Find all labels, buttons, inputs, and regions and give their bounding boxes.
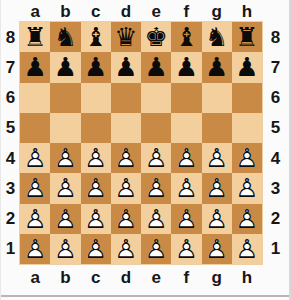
white-piece-outline: ♙ (54, 206, 77, 232)
white-piece-outline: ♙ (235, 236, 258, 262)
piece-white-pawn[interactable]: ♟♙ (23, 175, 46, 201)
rank-labels-right: 87654321 (262, 22, 289, 264)
rank-label-right-2: 2 (262, 204, 289, 234)
white-piece-outline: ♙ (54, 175, 77, 201)
piece-white-pawn[interactable]: ♟♙ (144, 145, 167, 171)
square-h3[interactable]: ♟♙ (232, 173, 262, 203)
rank-label-right-5: 5 (262, 113, 289, 143)
rank-label-right-6: 6 (262, 83, 289, 113)
piece-black-pawn[interactable]: ♟ (84, 54, 107, 80)
square-d6[interactable] (111, 83, 141, 113)
rank-labels-left: 87654321 (1, 22, 20, 264)
file-label-bottom-g: g (202, 264, 232, 290)
white-piece-outline: ♙ (84, 145, 107, 171)
square-h1[interactable]: ♟♙ (232, 234, 262, 264)
rank-label-left-1: 1 (1, 234, 20, 264)
piece-black-rook[interactable]: ♜ (235, 24, 258, 50)
square-a8[interactable]: ♜ (20, 22, 50, 52)
white-piece-outline: ♙ (175, 206, 198, 232)
square-a3[interactable]: ♟♙ (20, 173, 50, 203)
white-piece-outline: ♙ (84, 206, 107, 232)
square-b5[interactable] (50, 113, 80, 143)
white-piece-outline: ♙ (205, 206, 228, 232)
white-piece-outline: ♙ (114, 175, 137, 201)
file-labels-bottom: abcdefgh (20, 264, 262, 290)
square-f8[interactable]: ♝ (171, 22, 201, 52)
file-label-top-h: h (232, 0, 262, 22)
square-e6[interactable] (141, 83, 171, 113)
square-h7[interactable]: ♟ (232, 52, 262, 82)
file-label-bottom-c: c (81, 264, 111, 290)
bottom-edge-line (1, 295, 289, 297)
rank-label-left-8: 8 (1, 22, 20, 52)
white-piece-outline: ♙ (205, 175, 228, 201)
piece-white-pawn[interactable]: ♟♙ (23, 145, 46, 171)
piece-black-pawn[interactable]: ♟ (54, 54, 77, 80)
white-piece-outline: ♙ (205, 145, 228, 171)
rank-label-left-5: 5 (1, 113, 20, 143)
file-label-bottom-a: a (20, 264, 50, 290)
square-b6[interactable] (50, 83, 80, 113)
piece-black-rook[interactable]: ♜ (23, 24, 46, 50)
square-b4[interactable]: ♟♙ (50, 143, 80, 173)
square-h4[interactable]: ♟♙ (232, 143, 262, 173)
square-f2[interactable]: ♟♙ (171, 204, 201, 234)
piece-white-pawn[interactable]: ♟♙ (175, 145, 198, 171)
white-piece-outline: ♙ (235, 206, 258, 232)
piece-black-king[interactable]: ♚ (144, 24, 167, 50)
square-b2[interactable]: ♟♙ (50, 204, 80, 234)
square-f6[interactable] (171, 83, 201, 113)
white-piece-outline: ♙ (84, 175, 107, 201)
piece-white-pawn[interactable]: ♟♙ (84, 145, 107, 171)
rank-label-right-4: 4 (262, 143, 289, 173)
piece-white-pawn[interactable]: ♟♙ (84, 175, 107, 201)
square-h8[interactable]: ♜ (232, 22, 262, 52)
piece-white-pawn[interactable]: ♟♙ (205, 236, 228, 262)
rank-label-right-3: 3 (262, 173, 289, 203)
piece-white-pawn[interactable]: ♟♙ (175, 236, 198, 262)
white-piece-outline: ♙ (114, 145, 137, 171)
square-c1[interactable]: ♟♙ (81, 234, 111, 264)
piece-black-pawn[interactable]: ♟ (144, 54, 167, 80)
piece-white-pawn[interactable]: ♟♙ (144, 175, 167, 201)
white-piece-outline: ♙ (114, 206, 137, 232)
square-c6[interactable] (81, 83, 111, 113)
square-e8[interactable]: ♚ (141, 22, 171, 52)
square-d4[interactable]: ♟♙ (111, 143, 141, 173)
piece-white-pawn[interactable]: ♟♙ (114, 145, 137, 171)
file-label-bottom-b: b (50, 264, 80, 290)
chess-board: ♜♞♝♛♚♝♞♜♟♟♟♟♟♟♟♟♟♙♟♙♟♙♟♙♟♙♟♙♟♙♟♙♟♙♟♙♟♙♟♙… (20, 22, 262, 264)
square-e5[interactable] (141, 113, 171, 143)
white-piece-outline: ♙ (23, 206, 46, 232)
piece-black-knight[interactable]: ♞ (54, 24, 77, 50)
square-a5[interactable] (20, 113, 50, 143)
piece-black-queen[interactable]: ♛ (114, 24, 137, 50)
white-piece-outline: ♙ (23, 236, 46, 262)
square-e2[interactable]: ♟♙ (141, 204, 171, 234)
square-d5[interactable] (111, 113, 141, 143)
square-b3[interactable]: ♟♙ (50, 173, 80, 203)
square-b8[interactable]: ♞ (50, 22, 80, 52)
square-g6[interactable] (202, 83, 232, 113)
piece-black-pawn[interactable]: ♟ (175, 54, 198, 80)
rank-label-left-6: 6 (1, 83, 20, 113)
piece-white-pawn[interactable]: ♟♙ (114, 206, 137, 232)
file-labels-top: abcdefgh (20, 0, 262, 22)
white-piece-outline: ♙ (175, 175, 198, 201)
white-piece-outline: ♙ (175, 236, 198, 262)
white-piece-outline: ♙ (144, 145, 167, 171)
piece-black-pawn[interactable]: ♟ (205, 54, 228, 80)
piece-white-pawn[interactable]: ♟♙ (23, 206, 46, 232)
file-label-bottom-h: h (232, 264, 262, 290)
white-piece-outline: ♙ (114, 236, 137, 262)
file-label-top-d: d (111, 0, 141, 22)
window-bottom-edge (1, 290, 289, 300)
square-c4[interactable]: ♟♙ (81, 143, 111, 173)
square-g7[interactable]: ♟ (202, 52, 232, 82)
piece-black-knight[interactable]: ♞ (205, 24, 228, 50)
piece-white-pawn[interactable]: ♟♙ (54, 206, 77, 232)
rank-label-right-8: 8 (262, 22, 289, 52)
square-b1[interactable]: ♟♙ (50, 234, 80, 264)
piece-white-pawn[interactable]: ♟♙ (235, 206, 258, 232)
square-f5[interactable] (171, 113, 201, 143)
square-g8[interactable]: ♞ (202, 22, 232, 52)
piece-black-pawn[interactable]: ♟ (23, 54, 46, 80)
square-g2[interactable]: ♟♙ (202, 204, 232, 234)
file-label-top-a: a (20, 0, 50, 22)
square-a4[interactable]: ♟♙ (20, 143, 50, 173)
square-c2[interactable]: ♟♙ (81, 204, 111, 234)
piece-white-pawn[interactable]: ♟♙ (205, 206, 228, 232)
square-d1[interactable]: ♟♙ (111, 234, 141, 264)
file-label-bottom-f: f (171, 264, 201, 290)
square-g1[interactable]: ♟♙ (202, 234, 232, 264)
file-label-bottom-e: e (141, 264, 171, 290)
file-label-top-c: c (81, 0, 111, 22)
square-f4[interactable]: ♟♙ (171, 143, 201, 173)
rank-label-right-7: 7 (262, 52, 289, 82)
white-piece-outline: ♙ (235, 175, 258, 201)
white-piece-outline: ♙ (54, 236, 77, 262)
square-a7[interactable]: ♟ (20, 52, 50, 82)
piece-white-pawn[interactable]: ♟♙ (235, 175, 258, 201)
file-label-top-e: e (141, 0, 171, 22)
white-piece-outline: ♙ (84, 236, 107, 262)
file-label-top-b: b (50, 0, 80, 22)
square-e7[interactable]: ♟ (141, 52, 171, 82)
square-d2[interactable]: ♟♙ (111, 204, 141, 234)
piece-white-pawn[interactable]: ♟♙ (114, 236, 137, 262)
piece-white-pawn[interactable]: ♟♙ (235, 145, 258, 171)
square-e3[interactable]: ♟♙ (141, 173, 171, 203)
white-piece-outline: ♙ (235, 145, 258, 171)
square-c3[interactable]: ♟♙ (81, 173, 111, 203)
white-piece-outline: ♙ (205, 236, 228, 262)
square-a6[interactable] (20, 83, 50, 113)
rank-label-left-2: 2 (1, 204, 20, 234)
square-g3[interactable]: ♟♙ (202, 173, 232, 203)
white-piece-outline: ♙ (144, 175, 167, 201)
square-a1[interactable]: ♟♙ (20, 234, 50, 264)
piece-white-pawn[interactable]: ♟♙ (144, 206, 167, 232)
piece-white-pawn[interactable]: ♟♙ (54, 145, 77, 171)
square-g5[interactable] (202, 113, 232, 143)
white-piece-outline: ♙ (144, 236, 167, 262)
piece-white-pawn[interactable]: ♟♙ (205, 145, 228, 171)
white-piece-outline: ♙ (144, 206, 167, 232)
rank-label-left-3: 3 (1, 173, 20, 203)
piece-white-pawn[interactable]: ♟♙ (84, 206, 107, 232)
file-label-bottom-d: d (111, 264, 141, 290)
piece-black-pawn[interactable]: ♟ (235, 54, 258, 80)
piece-black-bishop[interactable]: ♝ (84, 24, 107, 50)
square-c7[interactable]: ♟ (81, 52, 111, 82)
square-c8[interactable]: ♝ (81, 22, 111, 52)
square-b7[interactable]: ♟ (50, 52, 80, 82)
piece-white-pawn[interactable]: ♟♙ (23, 236, 46, 262)
chess-diagram: abcdefgh 87654321 ♜♞♝♛♚♝♞♜♟♟♟♟♟♟♟♟♟♙♟♙♟♙… (0, 0, 291, 300)
file-label-top-f: f (171, 0, 201, 22)
white-piece-outline: ♙ (54, 145, 77, 171)
square-h6[interactable] (232, 83, 262, 113)
square-a2[interactable]: ♟♙ (20, 204, 50, 234)
piece-black-bishop[interactable]: ♝ (175, 24, 198, 50)
file-label-top-g: g (202, 0, 232, 22)
piece-white-pawn[interactable]: ♟♙ (175, 175, 198, 201)
square-f3[interactable]: ♟♙ (171, 173, 201, 203)
square-d7[interactable]: ♟ (111, 52, 141, 82)
piece-white-pawn[interactable]: ♟♙ (144, 236, 167, 262)
piece-white-pawn[interactable]: ♟♙ (235, 236, 258, 262)
white-piece-outline: ♙ (23, 175, 46, 201)
piece-white-pawn[interactable]: ♟♙ (205, 175, 228, 201)
rank-label-left-4: 4 (1, 143, 20, 173)
piece-white-pawn[interactable]: ♟♙ (175, 206, 198, 232)
rank-label-left-7: 7 (1, 52, 20, 82)
piece-black-pawn[interactable]: ♟ (114, 54, 137, 80)
piece-white-pawn[interactable]: ♟♙ (54, 175, 77, 201)
piece-white-pawn[interactable]: ♟♙ (114, 175, 137, 201)
square-g4[interactable]: ♟♙ (202, 143, 232, 173)
piece-white-pawn[interactable]: ♟♙ (84, 236, 107, 262)
square-f7[interactable]: ♟ (171, 52, 201, 82)
square-h2[interactable]: ♟♙ (232, 204, 262, 234)
square-c5[interactable] (81, 113, 111, 143)
square-e4[interactable]: ♟♙ (141, 143, 171, 173)
square-h5[interactable] (232, 113, 262, 143)
square-f1[interactable]: ♟♙ (171, 234, 201, 264)
white-piece-outline: ♙ (23, 145, 46, 171)
piece-white-pawn[interactable]: ♟♙ (54, 236, 77, 262)
square-d8[interactable]: ♛ (111, 22, 141, 52)
square-d3[interactable]: ♟♙ (111, 173, 141, 203)
rank-label-right-1: 1 (262, 234, 289, 264)
white-piece-outline: ♙ (175, 145, 198, 171)
square-e1[interactable]: ♟♙ (141, 234, 171, 264)
